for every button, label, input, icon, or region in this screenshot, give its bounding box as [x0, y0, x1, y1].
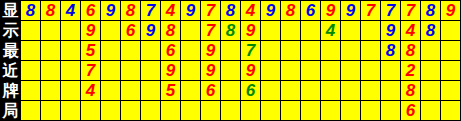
game-grid: 8846987497849869977789969878949485697887… [21, 0, 461, 121]
grid-cell [141, 81, 161, 101]
grid-cell: 6 [81, 1, 101, 21]
vertical-title: 显 示 最 近 牌 局 [0, 0, 21, 121]
grid-cell [261, 41, 281, 61]
cell-digit: 7 [246, 41, 255, 60]
cell-digit: 6 [246, 81, 255, 100]
grid-cell [201, 101, 221, 121]
cell-digit: 9 [246, 21, 255, 40]
grid-cell [301, 101, 321, 121]
cell-digit: 9 [246, 61, 255, 80]
grid-cell [381, 101, 401, 121]
grid-cell [21, 21, 41, 41]
grid-cell: 2 [401, 61, 421, 81]
grid-cell [381, 81, 401, 101]
grid-cell: 5 [161, 81, 181, 101]
grid-cell: 7 [201, 1, 221, 21]
grid-cell [281, 101, 301, 121]
grid-cell [301, 81, 321, 101]
cell-digit: 7 [366, 1, 375, 20]
cell-digit: 9 [386, 21, 395, 40]
grid-cell [321, 81, 341, 101]
grid-cell [361, 21, 381, 41]
grid-cell: 9 [261, 1, 281, 21]
cell-digit: 9 [186, 1, 195, 20]
grid-cell: 9 [201, 61, 221, 81]
grid-cell [301, 61, 321, 81]
title-char: 示 [0, 21, 21, 41]
grid-cell [281, 41, 301, 61]
grid-cell [121, 61, 141, 81]
grid-cell: 6 [121, 21, 141, 41]
grid-cell: 8 [121, 1, 141, 21]
grid-cell: 8 [161, 21, 181, 41]
grid-cell: 9 [81, 21, 101, 41]
cell-digit: 9 [166, 61, 175, 80]
grid-cell: 9 [201, 41, 221, 61]
grid-cell: 9 [241, 61, 261, 81]
grid-cell: 6 [241, 81, 261, 101]
grid-cell [441, 21, 461, 41]
grid-cell [421, 101, 441, 121]
grid-cell [421, 61, 441, 81]
grid-cell [221, 101, 241, 121]
grid-cell: 4 [241, 1, 261, 21]
cell-digit: 6 [306, 1, 315, 20]
cell-digit: 6 [206, 81, 215, 100]
title-char: 牌 [0, 81, 21, 101]
cell-digit: 9 [326, 1, 335, 20]
grid-cell: 8 [221, 1, 241, 21]
grid-cell [61, 21, 81, 41]
grid-cell [281, 61, 301, 81]
grid-cell [21, 81, 41, 101]
cell-digit: 8 [126, 1, 135, 20]
grid-cell [41, 21, 61, 41]
grid-cell: 9 [341, 1, 361, 21]
cell-digit: 2 [406, 61, 415, 80]
cell-digit: 9 [446, 1, 455, 20]
cell-digit: 8 [286, 1, 295, 20]
grid-cell [61, 101, 81, 121]
title-char: 显 [0, 1, 21, 21]
grid-cell [141, 61, 161, 81]
grid-cell [41, 61, 61, 81]
grid-cell: 9 [141, 21, 161, 41]
cell-digit: 6 [166, 41, 175, 60]
cell-digit: 8 [226, 21, 235, 40]
cell-digit: 5 [86, 41, 95, 60]
grid-cell [161, 101, 181, 121]
grid-cell [61, 61, 81, 81]
grid-cell: 7 [401, 1, 421, 21]
grid-cell [21, 41, 41, 61]
grid-cell [321, 61, 341, 81]
grid-cell [101, 21, 121, 41]
grid-cell [41, 41, 61, 61]
grid-cell [121, 81, 141, 101]
cell-digit: 7 [206, 21, 215, 40]
grid-cell: 7 [241, 41, 261, 61]
grid-cell [261, 81, 281, 101]
grid-cell: 6 [201, 81, 221, 101]
grid-cell [101, 61, 121, 81]
cell-digit: 7 [146, 1, 155, 20]
grid-cell [441, 81, 461, 101]
grid-cell: 6 [161, 41, 181, 61]
cell-digit: 5 [166, 81, 175, 100]
cell-digit: 7 [386, 1, 395, 20]
grid-cell [141, 41, 161, 61]
grid-cell [141, 101, 161, 121]
grid-cell: 6 [301, 1, 321, 21]
cell-digit: 4 [166, 1, 175, 20]
cell-digit: 9 [346, 1, 355, 20]
grid-cell: 8 [421, 1, 441, 21]
grid-cell [181, 61, 201, 81]
recent-games-board: 显 示 最 近 牌 局 8846987497849869977789969878… [0, 0, 461, 121]
grid-cell [61, 41, 81, 61]
cell-digit: 8 [426, 21, 435, 40]
grid-cell [421, 41, 441, 61]
grid-cell [181, 101, 201, 121]
cell-digit: 6 [86, 1, 95, 20]
cell-digit: 7 [86, 61, 95, 80]
grid-cell [241, 101, 261, 121]
cell-digit: 8 [226, 1, 235, 20]
grid-cell [261, 61, 281, 81]
cell-digit: 9 [266, 1, 275, 20]
cell-digit: 9 [146, 21, 155, 40]
grid-cell [101, 41, 121, 61]
grid-cell: 4 [161, 1, 181, 21]
title-char: 最 [0, 41, 21, 61]
grid-cell: 9 [321, 1, 341, 21]
cell-digit: 4 [86, 81, 95, 100]
cell-digit: 4 [246, 1, 255, 20]
grid-cell: 7 [81, 61, 101, 81]
cell-digit: 4 [326, 21, 335, 40]
grid-cell [21, 101, 41, 121]
title-char: 局 [0, 101, 21, 121]
grid-cell: 9 [161, 61, 181, 81]
grid-cell [341, 41, 361, 61]
grid-cell [181, 21, 201, 41]
grid-cell [181, 81, 201, 101]
grid-cell [301, 21, 321, 41]
grid-cell: 4 [401, 21, 421, 41]
grid-cell [221, 41, 241, 61]
grid-cell [381, 61, 401, 81]
grid-cell: 4 [81, 81, 101, 101]
grid-cell: 8 [21, 1, 41, 21]
grid-cell: 8 [221, 21, 241, 41]
grid-cell [221, 61, 241, 81]
grid-cell: 8 [401, 81, 421, 101]
grid-cell [21, 61, 41, 81]
grid-cell: 8 [41, 1, 61, 21]
grid-cell [441, 101, 461, 121]
cell-digit: 4 [406, 21, 415, 40]
grid-cell [81, 101, 101, 121]
grid-cell [121, 41, 141, 61]
grid-cell [281, 21, 301, 41]
grid-cell: 9 [101, 1, 121, 21]
cell-digit: 9 [106, 1, 115, 20]
grid-cell [181, 41, 201, 61]
grid-cell: 9 [241, 21, 261, 41]
cell-digit: 6 [406, 101, 415, 120]
grid-cell: 8 [421, 21, 441, 41]
cell-digit: 7 [406, 1, 415, 20]
cell-digit: 8 [406, 81, 415, 100]
grid-cell: 4 [321, 21, 341, 41]
cell-digit: 8 [406, 41, 415, 60]
grid-cell: 8 [281, 1, 301, 21]
grid-cell [261, 101, 281, 121]
grid-cell: 9 [381, 21, 401, 41]
cell-digit: 8 [386, 41, 395, 60]
grid-cell [421, 81, 441, 101]
grid-cell [101, 101, 121, 121]
grid-cell [361, 101, 381, 121]
grid-cell: 7 [201, 21, 221, 41]
grid-cell [121, 101, 141, 121]
grid-cell [341, 81, 361, 101]
cell-digit: 8 [46, 1, 55, 20]
grid-cell [221, 81, 241, 101]
grid-cell [101, 81, 121, 101]
grid-cell: 8 [401, 41, 421, 61]
grid-cell [361, 61, 381, 81]
grid-cell [341, 101, 361, 121]
cell-digit: 8 [26, 1, 35, 20]
grid-cell [341, 21, 361, 41]
cell-digit: 4 [66, 1, 75, 20]
grid-cell [281, 81, 301, 101]
grid-cell [361, 41, 381, 61]
grid-cell [341, 61, 361, 81]
cell-digit: 6 [126, 21, 135, 40]
grid-cell: 7 [361, 1, 381, 21]
grid-cell: 8 [381, 41, 401, 61]
cell-digit: 9 [86, 21, 95, 40]
grid-cell [441, 41, 461, 61]
grid-cell: 6 [401, 101, 421, 121]
grid-cell [61, 81, 81, 101]
grid-cell: 7 [381, 1, 401, 21]
title-char: 近 [0, 61, 21, 81]
grid-cell: 4 [61, 1, 81, 21]
grid-cell: 9 [441, 1, 461, 21]
grid-cell [441, 61, 461, 81]
grid-cell [41, 101, 61, 121]
cell-digit: 7 [206, 1, 215, 20]
cell-digit: 8 [166, 21, 175, 40]
grid-cell [361, 81, 381, 101]
grid-cell: 7 [141, 1, 161, 21]
grid-cell [41, 81, 61, 101]
cell-digit: 9 [206, 61, 215, 80]
grid-cell [321, 41, 341, 61]
grid-cell [321, 101, 341, 121]
cell-digit: 8 [426, 1, 435, 20]
cell-digit: 9 [206, 41, 215, 60]
grid-cell: 5 [81, 41, 101, 61]
grid-cell [301, 41, 321, 61]
grid-cell [261, 21, 281, 41]
grid-cell: 9 [181, 1, 201, 21]
